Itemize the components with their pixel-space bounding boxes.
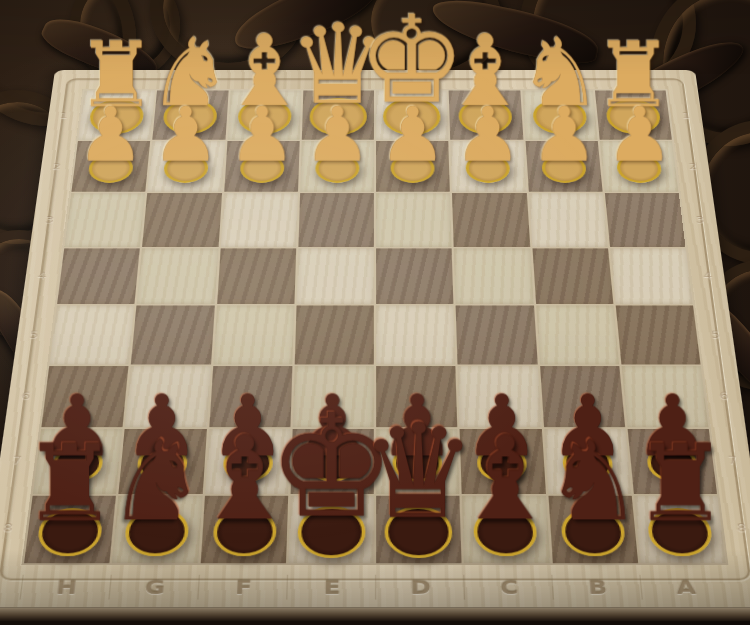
square-c4[interactable] — [454, 248, 533, 304]
file-label-h: H — [19, 575, 112, 600]
rank-label-1: 1 — [52, 110, 76, 120]
rank-label-2: 2 — [681, 161, 705, 171]
square-d2[interactable]: ♟ — [376, 141, 450, 192]
square-d8[interactable]: ♛ — [376, 495, 462, 563]
square-e2[interactable]: ♟ — [300, 141, 374, 192]
square-c2[interactable]: ♟ — [451, 141, 527, 192]
piece-white-pawn-e2[interactable]: ♟ — [304, 97, 371, 172]
piece-black-bishop-c8[interactable]: ♝ — [454, 421, 558, 537]
piece-white-pawn-g2[interactable]: ♟ — [152, 97, 219, 172]
square-f4[interactable] — [217, 248, 296, 304]
square-h2[interactable]: ♟ — [71, 141, 150, 192]
square-a3[interactable] — [605, 193, 686, 246]
square-g2[interactable]: ♟ — [148, 141, 225, 192]
piece-black-knight-b8[interactable]: ♞ — [543, 426, 643, 537]
rank-label-5: 5 — [21, 328, 47, 340]
square-g4[interactable] — [137, 248, 218, 304]
piece-white-pawn-f2[interactable]: ♟ — [228, 97, 295, 172]
file-label-f: F — [197, 575, 288, 600]
square-h4[interactable] — [57, 248, 140, 304]
file-label-e: E — [286, 575, 376, 600]
square-a2[interactable]: ♟ — [600, 141, 679, 192]
chess-board: ♜♞♝♛♚♝♞♜♟♟♟♟♟♟♟♟♟♟♟♟♟♟♟♟♜♞♝♚♛♝♞♜ HGFEDCB… — [0, 70, 750, 608]
square-b5[interactable] — [536, 306, 619, 365]
file-label-c: C — [463, 575, 554, 600]
file-label-d: D — [375, 575, 465, 600]
square-b3[interactable] — [528, 193, 607, 246]
squares: ♜♞♝♛♚♝♞♜♟♟♟♟♟♟♟♟♟♟♟♟♟♟♟♟♜♞♝♚♛♝♞♜ — [21, 89, 728, 565]
square-d3[interactable] — [376, 193, 452, 246]
rank-label-2: 2 — [45, 161, 69, 171]
square-d5[interactable] — [376, 306, 455, 365]
piece-black-rook-a8[interactable]: ♜ — [633, 431, 728, 537]
file-label-a: A — [639, 575, 732, 600]
file-label-b: B — [551, 575, 643, 600]
rank-label-1: 1 — [674, 110, 698, 120]
file-label-g: G — [108, 575, 200, 600]
square-b2[interactable]: ♟ — [525, 141, 602, 192]
square-c5[interactable] — [456, 306, 537, 365]
square-f2[interactable]: ♟ — [224, 141, 300, 192]
square-d4[interactable] — [376, 248, 454, 304]
square-h5[interactable] — [49, 306, 134, 365]
square-c3[interactable] — [452, 193, 529, 246]
rank-label-3: 3 — [688, 214, 713, 225]
rank-label-4: 4 — [29, 270, 55, 281]
square-g8[interactable]: ♞ — [112, 495, 202, 563]
square-e5[interactable] — [294, 306, 373, 365]
rank-label-6: 6 — [13, 389, 40, 402]
rank-label-4: 4 — [695, 270, 721, 281]
square-h8[interactable]: ♜ — [24, 495, 116, 563]
piece-white-pawn-d2[interactable]: ♟ — [379, 97, 446, 172]
square-f5[interactable] — [213, 306, 294, 365]
rank-label-3: 3 — [37, 214, 62, 225]
square-c8[interactable]: ♝ — [462, 495, 550, 563]
piece-white-pawn-c2[interactable]: ♟ — [455, 97, 522, 172]
square-b4[interactable] — [532, 248, 613, 304]
square-f3[interactable] — [220, 193, 297, 246]
square-a4[interactable] — [610, 248, 693, 304]
piece-white-pawn-h2[interactable]: ♟ — [77, 97, 144, 172]
square-e3[interactable] — [298, 193, 374, 246]
square-g5[interactable] — [131, 306, 214, 365]
square-a5[interactable] — [615, 306, 700, 365]
piece-white-pawn-b2[interactable]: ♟ — [530, 97, 597, 172]
piece-white-pawn-a2[interactable]: ♟ — [606, 97, 673, 172]
rank-label-6: 6 — [711, 389, 738, 402]
piece-black-rook-h8[interactable]: ♜ — [22, 431, 117, 537]
square-h3[interactable] — [64, 193, 145, 246]
photo-stage: ♜♞♝♛♚♝♞♜♟♟♟♟♟♟♟♟♟♟♟♟♟♟♟♟♜♞♝♚♛♝♞♜ HGFEDCB… — [0, 0, 750, 625]
rank-label-8: 8 — [728, 521, 750, 535]
square-e4[interactable] — [296, 248, 374, 304]
square-b8[interactable]: ♞ — [548, 495, 638, 563]
square-a8[interactable]: ♜ — [634, 495, 726, 563]
rank-label-8: 8 — [0, 521, 22, 535]
rank-label-5: 5 — [703, 328, 729, 340]
board-front-edge — [0, 608, 750, 622]
square-g3[interactable] — [142, 193, 221, 246]
